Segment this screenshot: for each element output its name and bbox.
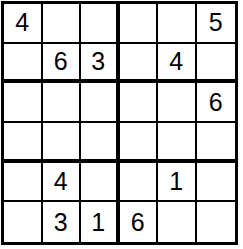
cell-r3c1-empty[interactable] [4,83,43,123]
cell-r5c4-empty[interactable] [120,163,159,203]
cell-r1c5-empty[interactable] [158,4,197,44]
cell-r5c6-empty[interactable] [197,163,236,203]
cell-r4c2-empty[interactable] [43,123,82,163]
cell-r1c4-empty[interactable] [120,4,159,44]
cell-r4c3-empty[interactable] [81,123,120,163]
cell-r5c2-given[interactable]: 4 [43,163,82,203]
cell-r2c4-empty[interactable] [120,44,159,84]
cell-r3c6-given[interactable]: 6 [197,83,236,123]
cell-r3c2-empty[interactable] [43,83,82,123]
cell-r1c1-given[interactable]: 4 [4,4,43,44]
cell-r4c6-empty[interactable] [197,123,236,163]
cell-r3c3-empty[interactable] [81,83,120,123]
cell-r4c1-empty[interactable] [4,123,43,163]
cell-r1c2-empty[interactable] [43,4,82,44]
cell-r3c4-empty[interactable] [120,83,159,123]
cell-r2c2-given[interactable]: 6 [43,44,82,84]
cell-r6c1-empty[interactable] [4,202,43,242]
cell-r5c5-given[interactable]: 1 [158,163,197,203]
sudoku-board: 45634641316 [1,1,238,245]
cell-r4c4-empty[interactable] [120,123,159,163]
cell-r2c5-given[interactable]: 4 [158,44,197,84]
cell-r3c5-empty[interactable] [158,83,197,123]
cell-r1c3-empty[interactable] [81,4,120,44]
cell-r4c5-empty[interactable] [158,123,197,163]
cell-r2c1-empty[interactable] [4,44,43,84]
cell-r5c3-empty[interactable] [81,163,120,203]
cell-r5c1-empty[interactable] [4,163,43,203]
cell-r2c6-empty[interactable] [197,44,236,84]
cell-r6c6-empty[interactable] [197,202,236,242]
cell-r6c4-given[interactable]: 6 [120,202,159,242]
cell-r6c5-empty[interactable] [158,202,197,242]
cell-r1c6-given[interactable]: 5 [197,4,236,44]
cell-r6c2-given[interactable]: 3 [43,202,82,242]
cell-r2c3-given[interactable]: 3 [81,44,120,84]
cell-r6c3-given[interactable]: 1 [81,202,120,242]
